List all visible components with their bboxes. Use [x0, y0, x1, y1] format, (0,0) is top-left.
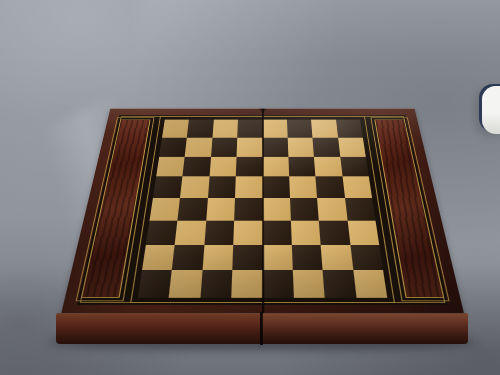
- square-d7: [237, 137, 263, 156]
- square-g3: [319, 220, 350, 244]
- square-b3: [175, 220, 206, 244]
- square-b5: [180, 177, 209, 198]
- square-g8: [311, 120, 337, 138]
- square-e5: [262, 177, 289, 198]
- square-c6: [209, 156, 236, 176]
- square-f3: [291, 220, 321, 244]
- square-b6: [183, 156, 211, 176]
- square-d6: [236, 156, 263, 176]
- square-h5: [342, 177, 372, 198]
- square-e6: [262, 156, 289, 176]
- square-e8: [262, 120, 287, 138]
- square-d5: [235, 177, 262, 198]
- square-c8: [212, 120, 238, 138]
- square-f4: [290, 198, 319, 221]
- square-e2: [263, 245, 293, 271]
- square-h3: [347, 220, 379, 244]
- square-g2: [321, 245, 353, 271]
- square-e3: [263, 220, 292, 244]
- square-h6: [340, 156, 369, 176]
- square-c5: [208, 177, 236, 198]
- square-b1: [169, 270, 202, 298]
- square-f7: [288, 137, 315, 156]
- square-b7: [185, 137, 212, 156]
- square-a6: [156, 156, 185, 176]
- square-a3: [146, 220, 178, 244]
- square-b4: [178, 198, 208, 221]
- hinge-notch: [258, 109, 267, 113]
- square-g1: [323, 270, 356, 298]
- square-d4: [234, 198, 262, 221]
- square-g6: [314, 156, 342, 176]
- square-e4: [263, 198, 291, 221]
- square-f6: [288, 156, 315, 176]
- square-a2: [142, 245, 175, 271]
- square-e7: [262, 137, 288, 156]
- square-h2: [350, 245, 383, 271]
- square-a5: [153, 177, 183, 198]
- box-front-face: [56, 313, 468, 344]
- square-c3: [204, 220, 234, 244]
- square-g5: [316, 177, 345, 198]
- square-e1: [263, 270, 294, 298]
- square-a1: [138, 270, 172, 298]
- square-d3: [233, 220, 262, 244]
- square-h7: [338, 137, 366, 156]
- square-b2: [172, 245, 204, 271]
- square-a7: [159, 137, 187, 156]
- square-b8: [187, 120, 213, 138]
- square-h8: [336, 120, 363, 138]
- square-c7: [211, 137, 238, 156]
- square-f8: [287, 120, 313, 138]
- square-h4: [345, 198, 376, 221]
- square-h1: [353, 270, 387, 298]
- square-d8: [237, 120, 262, 138]
- square-d1: [231, 270, 262, 298]
- square-c2: [202, 245, 233, 271]
- square-f5: [289, 177, 317, 198]
- square-g4: [317, 198, 347, 221]
- chessboard-box-top: [61, 109, 465, 316]
- box-front-seam: [260, 312, 263, 345]
- square-c4: [206, 198, 235, 221]
- photo-backdrop: [0, 0, 500, 375]
- square-a4: [150, 198, 181, 221]
- square-f2: [292, 245, 323, 271]
- square-a8: [162, 120, 189, 138]
- square-d2: [232, 245, 262, 271]
- square-c1: [200, 270, 232, 298]
- square-g7: [313, 137, 340, 156]
- square-f1: [293, 270, 325, 298]
